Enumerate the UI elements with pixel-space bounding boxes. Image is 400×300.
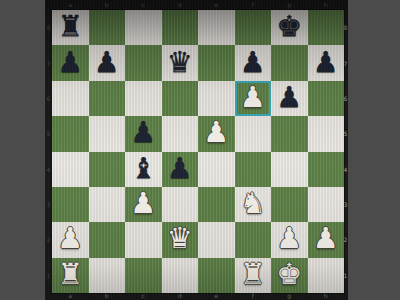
piece-white-pawn: ♟	[276, 224, 302, 253]
file-label-g: g	[271, 292, 308, 299]
square-e2[interactable]	[198, 222, 235, 257]
piece-white-pawn: ♟	[130, 189, 156, 218]
file-label-b: b	[89, 1, 126, 8]
square-c6[interactable]	[125, 81, 162, 116]
square-f1[interactable]: ♜	[235, 258, 272, 293]
file-label-e: e	[198, 292, 235, 299]
square-g3[interactable]	[271, 187, 308, 222]
square-e5[interactable]: ♟	[198, 116, 235, 151]
square-e8[interactable]	[198, 10, 235, 45]
piece-black-pawn: ♟	[313, 48, 339, 77]
rank-label-8: 8	[45, 10, 52, 45]
piece-black-pawn: ♟	[276, 83, 302, 112]
square-c5[interactable]: ♟	[125, 116, 162, 151]
piece-black-rook: ♜	[57, 12, 83, 41]
square-e6[interactable]	[198, 81, 235, 116]
chess-board: ♜♚♟♟♛♟♟♟♟♟♟♝♟♟♞♟♛♟♟♜♜♚	[52, 10, 344, 293]
file-label-h: h	[308, 1, 345, 8]
square-g5[interactable]	[271, 116, 308, 151]
square-g6[interactable]: ♟	[271, 81, 308, 116]
piece-black-bishop: ♝	[130, 154, 156, 183]
square-g2[interactable]: ♟	[271, 222, 308, 257]
square-f7[interactable]: ♟	[235, 45, 272, 80]
square-b3[interactable]	[89, 187, 126, 222]
rank-labels-right: 87654321	[342, 10, 349, 293]
square-b6[interactable]	[89, 81, 126, 116]
square-b4[interactable]	[89, 152, 126, 187]
square-f5[interactable]	[235, 116, 272, 151]
chessboard-photo: abcdefgh ♜♚♟♟♛♟♟♟♟♟♟♝♟♟♞♟♛♟♟♜♜♚ abcdefgh…	[45, 0, 348, 300]
file-labels-top: abcdefgh	[52, 0, 344, 9]
square-a5[interactable]	[52, 116, 89, 151]
screenshot-background: abcdefgh ♜♚♟♟♛♟♟♟♟♟♟♝♟♟♞♟♛♟♟♜♜♚ abcdefgh…	[0, 0, 400, 300]
square-e7[interactable]	[198, 45, 235, 80]
rank-label-6: 6	[45, 81, 52, 116]
square-d7[interactable]: ♛	[162, 45, 199, 80]
rank-label-1: 1	[342, 258, 349, 293]
square-f3[interactable]: ♞	[235, 187, 272, 222]
square-h4[interactable]	[308, 152, 345, 187]
square-d8[interactable]	[162, 10, 199, 45]
square-b8[interactable]	[89, 10, 126, 45]
piece-white-pawn: ♟	[240, 83, 266, 112]
square-d1[interactable]	[162, 258, 199, 293]
square-f6[interactable]: ♟	[235, 81, 272, 116]
square-f4[interactable]	[235, 152, 272, 187]
piece-white-queen: ♛	[167, 224, 193, 253]
piece-black-pawn: ♟	[130, 118, 156, 147]
piece-black-pawn: ♟	[167, 154, 193, 183]
square-b5[interactable]	[89, 116, 126, 151]
square-d6[interactable]	[162, 81, 199, 116]
piece-white-rook: ♜	[57, 260, 83, 289]
square-h5[interactable]	[308, 116, 345, 151]
square-c4[interactable]: ♝	[125, 152, 162, 187]
piece-white-rook: ♜	[240, 260, 266, 289]
square-d4[interactable]: ♟	[162, 152, 199, 187]
rank-label-2: 2	[45, 222, 52, 257]
square-a4[interactable]	[52, 152, 89, 187]
square-h3[interactable]	[308, 187, 345, 222]
square-g8[interactable]: ♚	[271, 10, 308, 45]
square-c3[interactable]: ♟	[125, 187, 162, 222]
rank-label-5: 5	[45, 116, 52, 151]
square-d3[interactable]	[162, 187, 199, 222]
square-h6[interactable]	[308, 81, 345, 116]
rank-label-6: 6	[342, 81, 349, 116]
square-b7[interactable]: ♟	[89, 45, 126, 80]
square-a8[interactable]: ♜	[52, 10, 89, 45]
rank-label-3: 3	[45, 187, 52, 222]
piece-white-pawn: ♟	[57, 224, 83, 253]
piece-black-pawn: ♟	[57, 48, 83, 77]
rank-label-4: 4	[342, 152, 349, 187]
file-label-a: a	[52, 292, 89, 299]
square-a3[interactable]	[52, 187, 89, 222]
square-h8[interactable]	[308, 10, 345, 45]
file-label-b: b	[89, 292, 126, 299]
file-label-c: c	[125, 1, 162, 8]
piece-black-king: ♚	[276, 12, 302, 41]
square-d5[interactable]	[162, 116, 199, 151]
square-c1[interactable]	[125, 258, 162, 293]
rank-label-8: 8	[342, 10, 349, 45]
file-labels-bottom: abcdefgh	[52, 291, 344, 300]
file-label-f: f	[235, 292, 272, 299]
square-c2[interactable]	[125, 222, 162, 257]
square-a6[interactable]	[52, 81, 89, 116]
piece-white-king: ♚	[276, 260, 302, 289]
piece-white-pawn: ♟	[203, 118, 229, 147]
square-e1[interactable]	[198, 258, 235, 293]
square-b1[interactable]	[89, 258, 126, 293]
square-f2[interactable]	[235, 222, 272, 257]
rank-label-7: 7	[342, 45, 349, 80]
piece-white-knight: ♞	[240, 189, 266, 218]
square-g1[interactable]: ♚	[271, 258, 308, 293]
rank-label-2: 2	[342, 222, 349, 257]
piece-white-pawn: ♟	[313, 224, 339, 253]
file-label-d: d	[162, 292, 199, 299]
piece-black-pawn: ♟	[240, 48, 266, 77]
square-c8[interactable]	[125, 10, 162, 45]
file-label-a: a	[52, 1, 89, 8]
square-a1[interactable]: ♜	[52, 258, 89, 293]
file-label-g: g	[271, 1, 308, 8]
rank-label-4: 4	[45, 152, 52, 187]
file-label-h: h	[308, 292, 345, 299]
square-h2[interactable]: ♟	[308, 222, 345, 257]
rank-label-7: 7	[45, 45, 52, 80]
square-h1[interactable]	[308, 258, 345, 293]
square-f8[interactable]	[235, 10, 272, 45]
square-a2[interactable]: ♟	[52, 222, 89, 257]
piece-black-pawn: ♟	[94, 48, 120, 77]
rank-label-1: 1	[45, 258, 52, 293]
file-label-d: d	[162, 1, 199, 8]
square-e4[interactable]	[198, 152, 235, 187]
rank-label-3: 3	[342, 187, 349, 222]
square-d2[interactable]: ♛	[162, 222, 199, 257]
file-label-f: f	[235, 1, 272, 8]
square-g4[interactable]	[271, 152, 308, 187]
square-b2[interactable]	[89, 222, 126, 257]
square-a7[interactable]: ♟	[52, 45, 89, 80]
file-label-e: e	[198, 1, 235, 8]
square-h7[interactable]: ♟	[308, 45, 345, 80]
file-label-c: c	[125, 292, 162, 299]
rank-labels-left: 87654321	[45, 10, 52, 293]
square-c7[interactable]	[125, 45, 162, 80]
square-g7[interactable]	[271, 45, 308, 80]
piece-black-queen: ♛	[167, 48, 193, 77]
square-e3[interactable]	[198, 187, 235, 222]
rank-label-5: 5	[342, 116, 349, 151]
